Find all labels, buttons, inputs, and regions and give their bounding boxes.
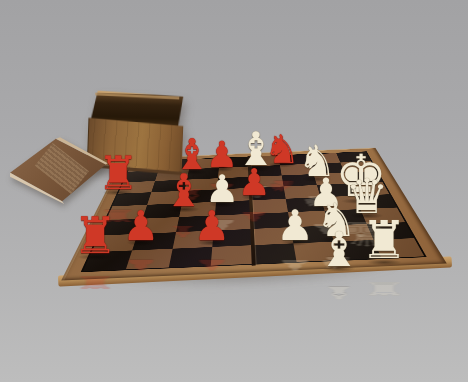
square-a1 [83,251,132,272]
square-c3 [176,215,215,232]
square-b2 [132,232,176,251]
box-lid [8,136,112,204]
square-h2 [367,222,414,240]
square-d3 [214,214,252,231]
square-e2 [252,227,293,245]
square-h3 [360,207,405,223]
square-f1 [293,242,339,262]
square-d2 [213,229,253,247]
square-c1 [168,247,212,267]
square-f3 [288,211,329,227]
square-c2 [172,230,214,248]
scene: ♜♝♟♞♟♝♟♟♜♝♞♚♛♟♟♟♞♝♜ [0,0,468,382]
square-d1 [211,245,254,265]
square-h1 [374,238,424,258]
square-a2 [92,234,138,253]
square-f2 [290,225,333,243]
square-g3 [324,209,367,225]
square-b1 [126,249,173,270]
square-e1 [253,244,296,264]
square-e3 [251,212,290,229]
